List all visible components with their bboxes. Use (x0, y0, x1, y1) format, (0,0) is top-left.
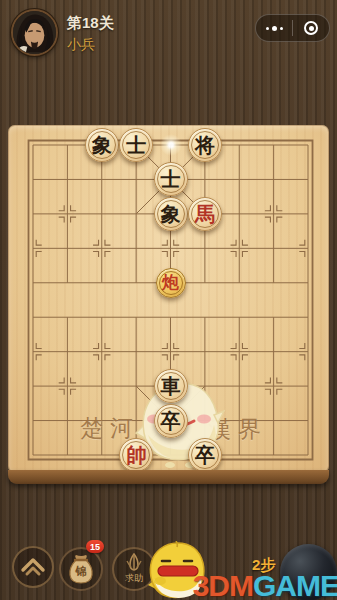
watermark-3dm: 3DM (193, 569, 253, 600)
piece-character: 車 (161, 376, 181, 396)
piece-character: 象 (161, 204, 181, 224)
piece-character: 将 (195, 135, 215, 155)
money-bag-icon: 锦 (66, 553, 96, 585)
piece-character: 士 (161, 169, 181, 189)
praying-hands-icon (124, 553, 144, 571)
minimize-button[interactable] (293, 15, 329, 41)
piece-character: 帥 (126, 445, 146, 465)
more-dots-icon (266, 26, 283, 31)
more-button[interactable] (256, 15, 292, 41)
piece-black-elephant[interactable]: 象 (85, 128, 119, 162)
piece-black-chariot[interactable]: 車 (154, 369, 188, 403)
piece-black-advisor[interactable]: 士 (154, 162, 188, 196)
collapse-button[interactable] (12, 546, 54, 588)
svg-text:锦: 锦 (75, 565, 87, 578)
hint-bag-button[interactable]: 锦 (59, 547, 103, 591)
piece-black-elephant[interactable]: 象 (154, 197, 188, 231)
board-edge (8, 470, 329, 484)
circle-dot-icon (304, 21, 318, 35)
piece-black-advisor[interactable]: 士 (119, 128, 153, 162)
piece-red-cannon[interactable]: 炮 (156, 268, 186, 298)
wechat-capsule (255, 14, 330, 42)
help-button[interactable]: 求助 (112, 547, 156, 591)
hint-count-badge: 15 (86, 540, 104, 553)
steps-counter: 2步 (252, 556, 275, 575)
level-title: 第18关 (67, 14, 114, 33)
piece-black-soldier[interactable]: 卒 (188, 438, 222, 472)
piece-character: 士 (126, 135, 146, 155)
player-avatar[interactable] (11, 9, 58, 56)
piece-character: 卒 (161, 411, 181, 431)
piece-character: 炮 (162, 274, 179, 291)
avatar-portrait (13, 11, 56, 54)
pieces-layer: 象士将士象馬炮車卒帥卒 (8, 125, 329, 473)
rank-label: 小兵 (67, 36, 95, 54)
piece-red-horse[interactable]: 馬 (188, 197, 222, 231)
piece-red-general[interactable]: 帥 (119, 438, 153, 472)
piece-black-general[interactable]: 将 (188, 128, 222, 162)
piece-character: 卒 (195, 445, 215, 465)
piece-character: 馬 (195, 204, 215, 224)
piece-black-soldier[interactable]: 卒 (154, 404, 188, 438)
piece-character: 象 (92, 135, 112, 155)
dark-orb-button[interactable] (280, 544, 337, 600)
double-chevron-up-icon (20, 556, 46, 578)
xiangqi-board[interactable]: 楚河 漢界 象士将士象馬炮車卒帥卒 (8, 125, 329, 473)
help-button-label: 求助 (125, 572, 143, 585)
